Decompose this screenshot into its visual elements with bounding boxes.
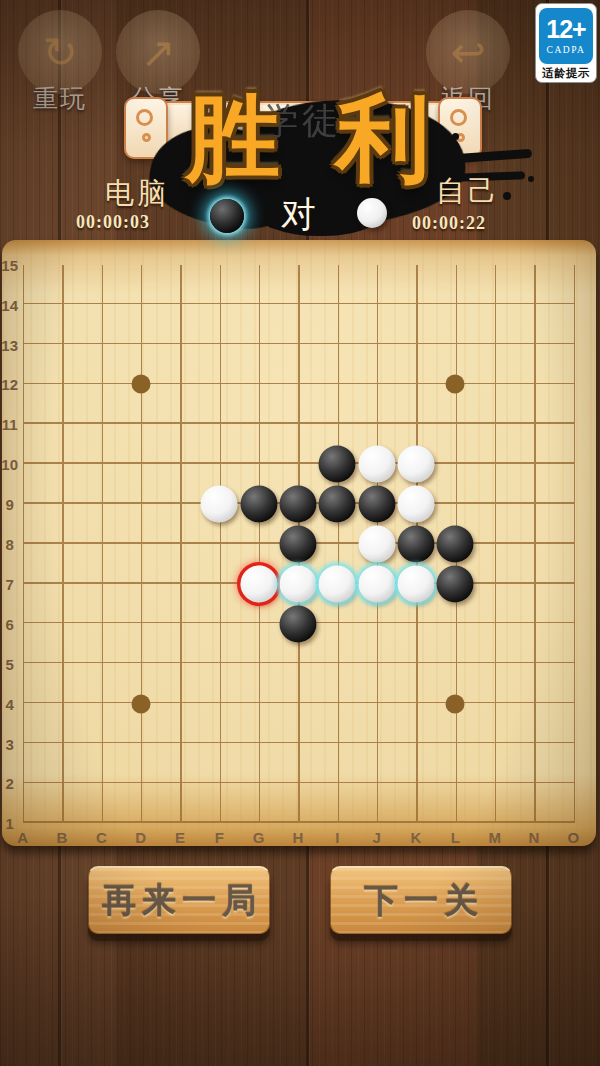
col-label-G: G bbox=[253, 829, 265, 846]
col-label-B: B bbox=[57, 829, 68, 846]
gomoku-board[interactable]: 151413121110987654321ABCDEFGHIJKLMNO bbox=[2, 240, 596, 846]
row-label-5: 5 bbox=[6, 655, 14, 672]
age-rating-badge: 12+ CADPA 适龄提示 bbox=[535, 3, 597, 83]
play-again-button[interactable]: 再来一局 bbox=[88, 866, 270, 934]
col-label-O: O bbox=[567, 829, 579, 846]
scroll-swirl-icon bbox=[136, 109, 153, 126]
star-point-L12 bbox=[446, 375, 465, 394]
stone-I7 bbox=[319, 565, 356, 602]
stone-H7 bbox=[279, 565, 316, 602]
col-label-K: K bbox=[411, 829, 422, 846]
stone-G7 bbox=[240, 565, 277, 602]
game-screen: ↻ 重玩 ↗ 分享 ↩ 返回 12+ CADPA 适龄提示 学徒 胜利 电脑 0… bbox=[0, 0, 600, 1066]
stone-H8 bbox=[279, 526, 316, 563]
player-right-stone-white bbox=[357, 198, 387, 228]
col-label-J: J bbox=[372, 829, 380, 846]
row-label-7: 7 bbox=[6, 575, 14, 592]
row-label-12: 12 bbox=[1, 376, 18, 393]
stone-I9 bbox=[319, 486, 356, 523]
player-left-name: 电脑 bbox=[105, 174, 169, 214]
stone-K10 bbox=[397, 446, 434, 483]
ink-dot bbox=[503, 192, 511, 200]
col-label-I: I bbox=[335, 829, 339, 846]
row-label-14: 14 bbox=[1, 296, 18, 313]
star-point-D12 bbox=[131, 375, 150, 394]
stone-K8 bbox=[397, 526, 434, 563]
row-label-15: 15 bbox=[1, 256, 18, 273]
scroll-swirl-icon bbox=[142, 133, 151, 142]
row-label-1: 1 bbox=[6, 815, 14, 832]
col-label-A: A bbox=[17, 829, 28, 846]
row-label-3: 3 bbox=[6, 735, 14, 752]
vs-label: 对 bbox=[281, 191, 316, 238]
stone-J7 bbox=[358, 565, 395, 602]
col-label-C: C bbox=[96, 829, 107, 846]
stone-F9 bbox=[201, 486, 238, 523]
star-point-D4 bbox=[131, 694, 150, 713]
row-label-13: 13 bbox=[1, 336, 18, 353]
star-point-L4 bbox=[446, 694, 465, 713]
stone-H6 bbox=[279, 605, 316, 642]
row-label-9: 9 bbox=[6, 496, 14, 513]
age-rating-blue-box: 12+ CADPA bbox=[539, 8, 593, 64]
col-label-E: E bbox=[175, 829, 185, 846]
col-label-D: D bbox=[135, 829, 146, 846]
age-rating-org: CADPA bbox=[547, 45, 586, 55]
age-rating-hint: 适龄提示 bbox=[542, 68, 590, 80]
stone-K9 bbox=[397, 486, 434, 523]
stone-J9 bbox=[358, 486, 395, 523]
age-rating-value: 12+ bbox=[546, 17, 585, 42]
col-label-N: N bbox=[529, 829, 540, 846]
col-label-M: M bbox=[488, 829, 501, 846]
row-label-11: 11 bbox=[2, 416, 18, 433]
row-label-8: 8 bbox=[6, 536, 14, 553]
next-level-button[interactable]: 下一关 bbox=[330, 866, 512, 934]
col-label-H: H bbox=[293, 829, 304, 846]
player-left-stone-black bbox=[210, 199, 244, 233]
next-level-label: 下一关 bbox=[358, 878, 484, 924]
stone-I10 bbox=[319, 446, 356, 483]
player-left-timer: 00:00:03 bbox=[76, 212, 150, 233]
ink-dot bbox=[528, 176, 534, 182]
player-right-name: 自己 bbox=[436, 172, 500, 212]
stone-J10 bbox=[358, 446, 395, 483]
stone-K7 bbox=[397, 565, 434, 602]
stone-G9 bbox=[240, 486, 277, 523]
stone-J8 bbox=[358, 526, 395, 563]
col-label-F: F bbox=[215, 829, 224, 846]
col-label-L: L bbox=[451, 829, 460, 846]
stone-L7 bbox=[437, 565, 474, 602]
stone-L8 bbox=[437, 526, 474, 563]
row-label-2: 2 bbox=[6, 775, 14, 792]
row-label-4: 4 bbox=[6, 695, 14, 712]
board-layer[interactable]: 151413121110987654321ABCDEFGHIJKLMNO bbox=[23, 265, 575, 824]
player-right-timer: 00:00:22 bbox=[412, 213, 486, 234]
row-label-6: 6 bbox=[6, 615, 14, 632]
play-again-label: 再来一局 bbox=[96, 878, 262, 924]
stone-H9 bbox=[279, 486, 316, 523]
row-label-10: 10 bbox=[1, 456, 18, 473]
